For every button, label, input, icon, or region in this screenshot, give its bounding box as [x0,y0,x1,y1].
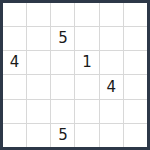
cell-r6c1[interactable] [3,124,26,147]
given-digit: 5 [58,128,68,143]
cell-r1c6[interactable] [124,3,147,26]
cell-r1c5[interactable] [100,3,123,26]
puzzle-board: 54145 [0,0,150,150]
cell-r4c6[interactable] [124,75,147,98]
cell-r3c2[interactable] [27,51,50,74]
cell-r5c6[interactable] [124,100,147,123]
given-digit: 5 [58,31,68,46]
cell-r3c6[interactable] [124,51,147,74]
cell-r1c4[interactable] [75,3,98,26]
cell-r3c5[interactable] [100,51,123,74]
cell-r6c5[interactable] [100,124,123,147]
cell-r4c5[interactable]: 4 [100,75,123,98]
cell-r1c3[interactable] [51,3,74,26]
cell-r2c4[interactable] [75,27,98,50]
cell-r4c4[interactable] [75,75,98,98]
cell-r5c5[interactable] [100,100,123,123]
given-digit: 4 [106,80,116,95]
cell-r2c3[interactable]: 5 [51,27,74,50]
cell-r6c4[interactable] [75,124,98,147]
given-digit: 4 [10,55,20,70]
cell-r6c3[interactable]: 5 [51,124,74,147]
cell-r2c5[interactable] [100,27,123,50]
given-digit: 1 [82,55,92,70]
cell-r5c4[interactable] [75,100,98,123]
cell-r6c2[interactable] [27,124,50,147]
cell-r2c6[interactable] [124,27,147,50]
cell-r1c1[interactable] [3,3,26,26]
cell-r5c3[interactable] [51,100,74,123]
cell-r5c1[interactable] [3,100,26,123]
cell-r6c6[interactable] [124,124,147,147]
cell-r3c4[interactable]: 1 [75,51,98,74]
cell-r3c3[interactable] [51,51,74,74]
cell-r5c2[interactable] [27,100,50,123]
cell-r3c1[interactable]: 4 [3,51,26,74]
cell-r4c2[interactable] [27,75,50,98]
cell-r2c1[interactable] [3,27,26,50]
cell-r4c3[interactable] [51,75,74,98]
cell-r1c2[interactable] [27,3,50,26]
cell-r2c2[interactable] [27,27,50,50]
cell-r4c1[interactable] [3,75,26,98]
